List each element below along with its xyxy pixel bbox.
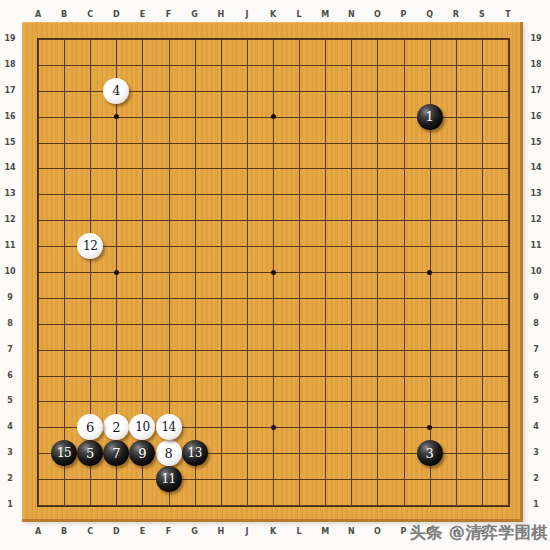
row-label-left-14: 14: [1, 162, 19, 174]
row-label-left-10: 10: [1, 266, 19, 278]
row-label-right-18: 18: [526, 59, 546, 71]
column-label-bottom-C: C: [81, 526, 99, 538]
stone-black-3: 3: [417, 440, 443, 466]
move-number: 8: [164, 447, 172, 460]
stone-black-13: 13: [182, 440, 208, 466]
column-label-top-G: G: [186, 9, 204, 21]
row-label-right-9: 9: [526, 292, 546, 304]
star-point-K4: [271, 425, 276, 430]
column-label-bottom-D: D: [107, 526, 125, 538]
column-label-bottom-A: A: [29, 526, 47, 538]
row-label-right-5: 5: [526, 395, 546, 407]
go-board: 123456789101112131415: [22, 22, 523, 522]
star-point-K16: [271, 114, 276, 119]
move-number: 7: [112, 447, 120, 460]
column-label-top-R: R: [447, 9, 465, 21]
move-number: 1: [426, 110, 434, 123]
row-label-left-12: 12: [1, 214, 19, 226]
star-point-D10: [114, 270, 119, 275]
row-label-left-18: 18: [1, 59, 19, 71]
row-label-left-19: 19: [1, 33, 19, 45]
column-label-bottom-L: L: [290, 526, 308, 538]
row-label-right-10: 10: [526, 266, 546, 278]
column-label-bottom-K: K: [264, 526, 282, 538]
star-point-Q4: [427, 425, 432, 430]
row-label-left-8: 8: [1, 318, 19, 330]
stone-black-1: 1: [417, 104, 443, 130]
star-point-Q10: [427, 270, 432, 275]
star-point-D16: [114, 114, 119, 119]
go-diagram: 123456789101112131415 头条 @清弈学围棋 AABBCCDD…: [0, 0, 550, 550]
column-label-top-H: H: [212, 9, 230, 21]
stone-white-8: 8: [156, 440, 182, 466]
row-label-right-1: 1: [526, 499, 546, 511]
column-label-top-D: D: [107, 9, 125, 21]
column-label-bottom-J: J: [238, 526, 256, 538]
row-label-left-2: 2: [1, 473, 19, 485]
column-label-top-L: L: [290, 9, 308, 21]
row-label-right-12: 12: [526, 214, 546, 226]
move-number: 10: [135, 421, 149, 433]
row-label-right-15: 15: [526, 137, 546, 149]
column-label-top-B: B: [55, 9, 73, 21]
move-number: 13: [188, 447, 202, 459]
column-label-top-N: N: [342, 9, 360, 21]
watermark-toutiao: 头条 @清弈学围棋: [410, 523, 548, 544]
row-label-left-4: 4: [1, 421, 19, 433]
row-label-left-1: 1: [1, 499, 19, 511]
row-label-right-7: 7: [526, 344, 546, 356]
row-label-right-3: 3: [526, 447, 546, 459]
column-label-top-A: A: [29, 9, 47, 21]
move-number: 5: [86, 447, 94, 460]
column-label-top-M: M: [316, 9, 334, 21]
column-label-top-J: J: [238, 9, 256, 21]
column-label-bottom-H: H: [212, 526, 230, 538]
row-label-right-13: 13: [526, 188, 546, 200]
column-label-bottom-G: G: [186, 526, 204, 538]
move-number: 9: [138, 447, 146, 460]
row-label-left-7: 7: [1, 344, 19, 356]
move-number: 11: [161, 473, 175, 485]
move-number: 14: [161, 421, 175, 433]
row-label-left-6: 6: [1, 370, 19, 382]
row-label-right-2: 2: [526, 473, 546, 485]
column-label-bottom-B: B: [55, 526, 73, 538]
stone-white-4: 4: [103, 78, 129, 104]
column-label-top-F: F: [160, 9, 178, 21]
row-label-left-9: 9: [1, 292, 19, 304]
row-label-right-8: 8: [526, 318, 546, 330]
column-label-bottom-O: O: [368, 526, 386, 538]
column-label-top-C: C: [81, 9, 99, 21]
row-label-left-3: 3: [1, 447, 19, 459]
column-label-bottom-F: F: [160, 526, 178, 538]
column-label-top-S: S: [473, 9, 491, 21]
row-label-left-17: 17: [1, 85, 19, 97]
move-number: 15: [57, 447, 71, 459]
column-label-top-O: O: [368, 9, 386, 21]
row-label-left-11: 11: [1, 240, 19, 252]
row-label-right-19: 19: [526, 33, 546, 45]
column-label-bottom-N: N: [342, 526, 360, 538]
row-label-left-15: 15: [1, 137, 19, 149]
stone-black-11: 11: [156, 466, 182, 492]
star-point-K10: [271, 270, 276, 275]
column-label-top-K: K: [264, 9, 282, 21]
column-label-top-T: T: [499, 9, 517, 21]
move-number: 4: [112, 84, 120, 97]
row-label-left-16: 16: [1, 111, 19, 123]
row-label-right-11: 11: [526, 240, 546, 252]
column-label-top-E: E: [133, 9, 151, 21]
column-label-top-Q: Q: [421, 9, 439, 21]
move-number: 12: [83, 240, 97, 252]
row-label-left-5: 5: [1, 395, 19, 407]
row-label-right-16: 16: [526, 111, 546, 123]
move-number: 3: [426, 447, 434, 460]
stone-white-14: 14: [156, 414, 182, 440]
row-label-left-13: 13: [1, 188, 19, 200]
column-label-top-P: P: [395, 9, 413, 21]
row-label-right-17: 17: [526, 85, 546, 97]
column-label-bottom-M: M: [316, 526, 334, 538]
column-label-bottom-E: E: [133, 526, 151, 538]
row-label-right-6: 6: [526, 370, 546, 382]
row-label-right-14: 14: [526, 162, 546, 174]
move-number: 2: [112, 421, 120, 434]
row-label-right-4: 4: [526, 421, 546, 433]
move-number: 6: [86, 421, 94, 434]
